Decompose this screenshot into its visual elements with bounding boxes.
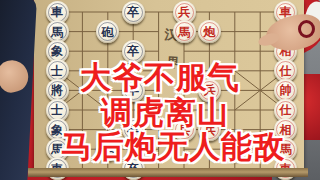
- board-wooden-edge: [28, 168, 308, 177]
- bracelet: [298, 20, 315, 38]
- piece-black-3-0[interactable]: 卒: [122, 1, 145, 24]
- video-frame: 汉 界 車馬象士將士象馬車砲砲卒卒卒卒卒兵馬炮兵兵兵炮車相仕帥仕相馬車 大爷不服…: [0, 0, 320, 180]
- caption-line-3: 马后炮无人能敌: [61, 126, 285, 168]
- piece-red-6-1[interactable]: 炮: [198, 20, 221, 43]
- piece-red-5-1[interactable]: 馬: [173, 20, 196, 43]
